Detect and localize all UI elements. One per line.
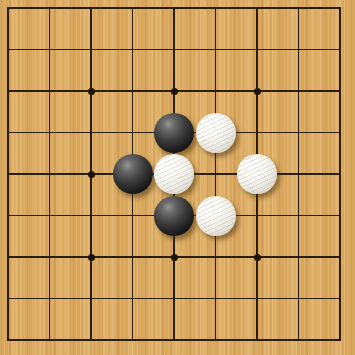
intersection[interactable] [236, 236, 278, 278]
intersection[interactable] [319, 112, 355, 154]
intersection[interactable] [29, 112, 71, 154]
white-stone[interactable] [154, 154, 194, 194]
intersection[interactable] [319, 0, 355, 29]
intersection[interactable] [278, 70, 320, 112]
intersection[interactable] [236, 112, 278, 154]
intersection[interactable] [0, 153, 29, 195]
intersection[interactable] [195, 0, 237, 29]
intersection[interactable] [278, 153, 320, 195]
intersection[interactable] [319, 29, 355, 71]
intersection[interactable] [236, 70, 278, 112]
intersection[interactable] [112, 112, 154, 154]
intersection[interactable] [319, 278, 355, 320]
intersection[interactable] [70, 70, 112, 112]
intersection[interactable] [70, 153, 112, 195]
intersection[interactable] [29, 278, 71, 320]
intersection[interactable] [0, 0, 29, 29]
intersection[interactable] [278, 195, 320, 237]
intersection[interactable] [70, 195, 112, 237]
black-stone[interactable] [154, 113, 194, 153]
white-stone[interactable] [196, 196, 236, 236]
intersection[interactable] [195, 195, 237, 237]
intersection[interactable] [153, 319, 195, 355]
intersection[interactable] [0, 319, 29, 355]
intersection[interactable] [70, 0, 112, 29]
intersection[interactable] [153, 236, 195, 278]
intersection[interactable] [319, 195, 355, 237]
black-stone[interactable] [154, 196, 194, 236]
intersection[interactable] [0, 112, 29, 154]
intersection[interactable] [29, 70, 71, 112]
intersection[interactable] [319, 70, 355, 112]
intersection[interactable] [29, 29, 71, 71]
go-board [0, 0, 355, 355]
intersection[interactable] [153, 112, 195, 154]
intersection[interactable] [0, 195, 29, 237]
intersection[interactable] [236, 319, 278, 355]
intersection[interactable] [70, 29, 112, 71]
intersection[interactable] [236, 195, 278, 237]
intersection[interactable] [29, 195, 71, 237]
intersection[interactable] [195, 29, 237, 71]
intersection[interactable] [0, 278, 29, 320]
intersection[interactable] [236, 29, 278, 71]
intersection[interactable] [153, 195, 195, 237]
intersection[interactable] [195, 236, 237, 278]
intersection[interactable] [195, 278, 237, 320]
white-stone[interactable] [237, 154, 277, 194]
intersection[interactable] [195, 319, 237, 355]
stone-grid [0, 0, 355, 355]
intersection[interactable] [112, 195, 154, 237]
intersection[interactable] [112, 278, 154, 320]
intersection[interactable] [0, 236, 29, 278]
intersection[interactable] [278, 278, 320, 320]
intersection[interactable] [153, 278, 195, 320]
intersection[interactable] [319, 319, 355, 355]
white-stone[interactable] [196, 113, 236, 153]
intersection[interactable] [319, 153, 355, 195]
intersection[interactable] [153, 70, 195, 112]
intersection[interactable] [112, 70, 154, 112]
intersection[interactable] [70, 319, 112, 355]
intersection[interactable] [153, 0, 195, 29]
intersection[interactable] [29, 0, 71, 29]
intersection[interactable] [319, 236, 355, 278]
intersection[interactable] [278, 236, 320, 278]
intersection[interactable] [278, 29, 320, 71]
intersection[interactable] [153, 153, 195, 195]
intersection[interactable] [112, 236, 154, 278]
intersection[interactable] [70, 236, 112, 278]
intersection[interactable] [29, 236, 71, 278]
intersection[interactable] [195, 112, 237, 154]
intersection[interactable] [236, 0, 278, 29]
intersection[interactable] [29, 153, 71, 195]
intersection[interactable] [278, 319, 320, 355]
intersection[interactable] [112, 29, 154, 71]
intersection[interactable] [236, 153, 278, 195]
intersection[interactable] [112, 0, 154, 29]
intersection[interactable] [29, 319, 71, 355]
intersection[interactable] [153, 29, 195, 71]
intersection[interactable] [112, 319, 154, 355]
intersection[interactable] [278, 112, 320, 154]
intersection[interactable] [112, 153, 154, 195]
intersection[interactable] [70, 112, 112, 154]
intersection[interactable] [0, 70, 29, 112]
intersection[interactable] [195, 153, 237, 195]
intersection[interactable] [278, 0, 320, 29]
intersection[interactable] [70, 278, 112, 320]
intersection[interactable] [195, 70, 237, 112]
intersection[interactable] [0, 29, 29, 71]
intersection[interactable] [236, 278, 278, 320]
black-stone[interactable] [113, 154, 153, 194]
